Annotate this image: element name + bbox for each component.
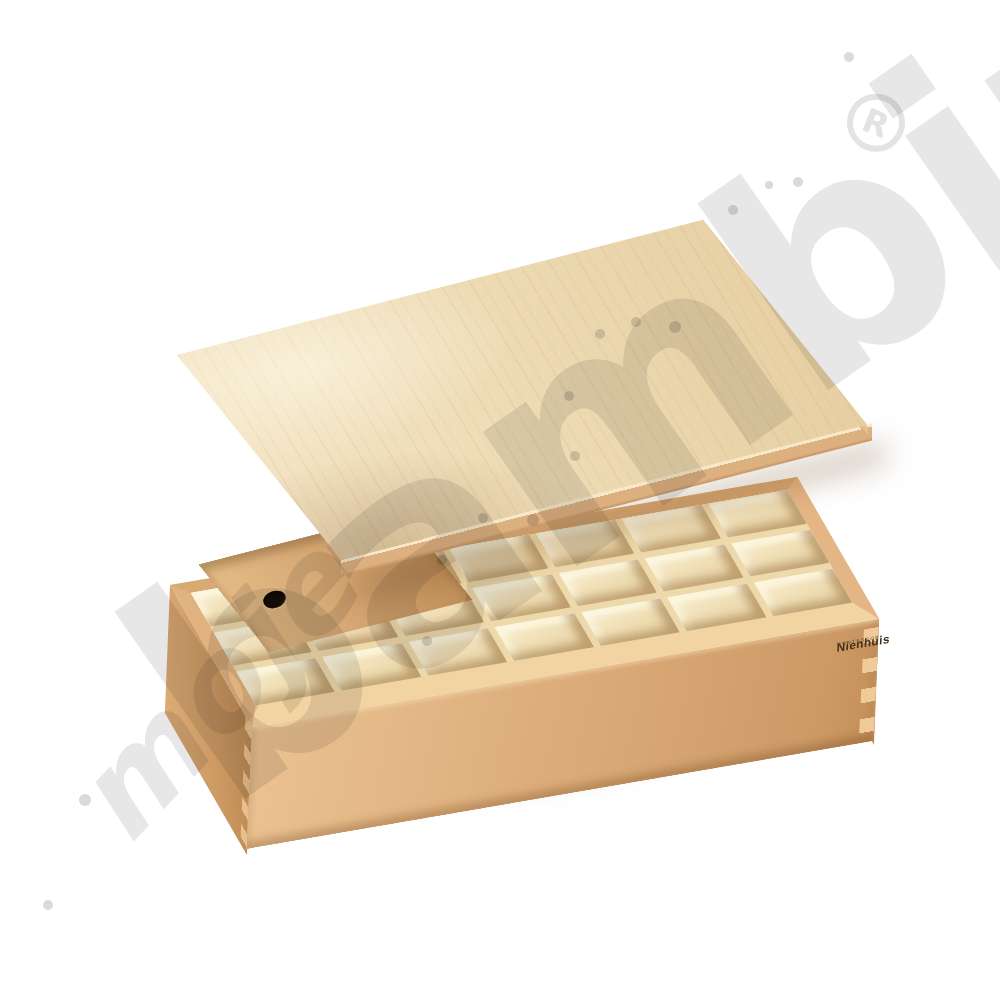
watermark-dot <box>478 513 488 523</box>
watermark-dot <box>79 794 91 806</box>
watermark-dot <box>527 514 539 526</box>
compartment-cell <box>754 569 853 616</box>
watermark-dot <box>728 205 738 215</box>
compartment-cell <box>667 584 766 631</box>
watermark-dot <box>631 317 641 327</box>
watermark-dot <box>765 181 773 189</box>
watermark-dot <box>422 636 432 646</box>
watermark-dot <box>844 52 854 62</box>
compartment-cell <box>731 530 830 577</box>
watermark-dot <box>43 900 53 910</box>
watermark-dot <box>793 177 803 187</box>
product-photo-stage: Nienhuis MONTESSORI bambino moje R <box>0 0 1000 1000</box>
watermark-dot <box>669 321 681 333</box>
registered-trademark-letter: R <box>857 100 895 146</box>
watermark-dot <box>595 329 605 339</box>
watermark-dot <box>564 391 574 401</box>
watermark-dot <box>437 555 447 565</box>
watermark-dot <box>570 451 580 461</box>
